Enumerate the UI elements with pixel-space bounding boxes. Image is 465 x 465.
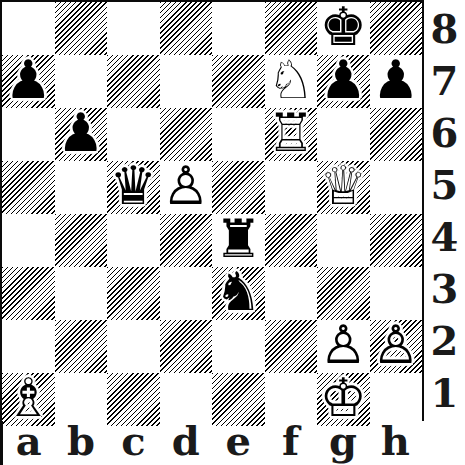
square-h5[interactable] bbox=[370, 161, 423, 214]
square-f7[interactable]: ♘ bbox=[265, 55, 318, 108]
square-c2[interactable] bbox=[107, 320, 160, 373]
file-label-g: g bbox=[317, 421, 369, 465]
piece-white-pawn[interactable]: ♙ bbox=[372, 318, 420, 371]
piece-black-pawn[interactable]: ♟ bbox=[319, 53, 367, 106]
piece-black-pawn[interactable]: ♟ bbox=[372, 53, 420, 106]
square-h4[interactable] bbox=[370, 214, 423, 267]
piece-white-queen[interactable]: ♕ bbox=[319, 159, 367, 212]
square-d4[interactable] bbox=[160, 214, 213, 267]
piece-black-pawn[interactable]: ♟ bbox=[57, 106, 105, 159]
square-h3[interactable] bbox=[370, 267, 423, 320]
square-c8[interactable] bbox=[107, 2, 160, 55]
square-c4[interactable] bbox=[107, 214, 160, 267]
square-c6[interactable] bbox=[107, 108, 160, 161]
square-e3[interactable]: ♞ bbox=[212, 267, 265, 320]
square-e2[interactable] bbox=[212, 320, 265, 373]
square-a3[interactable] bbox=[2, 267, 55, 320]
board-left-edge-line bbox=[0, 421, 3, 465]
square-g5[interactable]: ♕ bbox=[317, 161, 370, 214]
square-e7[interactable] bbox=[212, 55, 265, 108]
square-d7[interactable] bbox=[160, 55, 213, 108]
piece-black-king[interactable]: ♚ bbox=[319, 0, 367, 53]
rank-label-2: 2 bbox=[424, 315, 465, 367]
square-c5[interactable]: ♛ bbox=[107, 161, 160, 214]
file-label-d: d bbox=[160, 421, 212, 465]
piece-black-queen[interactable]: ♛ bbox=[109, 159, 157, 212]
square-f2[interactable] bbox=[265, 320, 318, 373]
square-b5[interactable] bbox=[55, 161, 108, 214]
piece-white-pawn[interactable]: ♙ bbox=[162, 159, 210, 212]
square-d6[interactable] bbox=[160, 108, 213, 161]
square-g4[interactable] bbox=[317, 214, 370, 267]
square-g3[interactable] bbox=[317, 267, 370, 320]
rank-coordinates: 87654321 bbox=[424, 0, 465, 421]
square-d8[interactable] bbox=[160, 2, 213, 55]
square-e5[interactable] bbox=[212, 161, 265, 214]
square-a5[interactable] bbox=[2, 161, 55, 214]
chess-diagram: ♚♟♘♟♟♟♖♛♙♕♜♞♙♙♗♔ 87654321 abcdefgh bbox=[0, 0, 465, 465]
square-g7[interactable]: ♟ bbox=[317, 55, 370, 108]
square-a6[interactable] bbox=[2, 108, 55, 161]
square-c3[interactable] bbox=[107, 267, 160, 320]
file-label-f: f bbox=[264, 421, 316, 465]
square-h8[interactable] bbox=[370, 2, 423, 55]
square-f8[interactable] bbox=[265, 2, 318, 55]
file-label-b: b bbox=[55, 421, 107, 465]
square-g6[interactable] bbox=[317, 108, 370, 161]
square-b2[interactable] bbox=[55, 320, 108, 373]
file-label-h: h bbox=[369, 421, 421, 465]
square-d5[interactable]: ♙ bbox=[160, 161, 213, 214]
square-b6[interactable]: ♟ bbox=[55, 108, 108, 161]
piece-black-knight[interactable]: ♞ bbox=[214, 265, 262, 318]
square-h7[interactable]: ♟ bbox=[370, 55, 423, 108]
square-b3[interactable] bbox=[55, 267, 108, 320]
square-g2[interactable]: ♙ bbox=[317, 320, 370, 373]
rank-label-4: 4 bbox=[424, 211, 465, 263]
square-f4[interactable] bbox=[265, 214, 318, 267]
rank-label-1: 1 bbox=[424, 367, 465, 419]
square-d2[interactable] bbox=[160, 320, 213, 373]
square-g8[interactable]: ♚ bbox=[317, 2, 370, 55]
square-b4[interactable] bbox=[55, 214, 108, 267]
square-e6[interactable] bbox=[212, 108, 265, 161]
square-d3[interactable] bbox=[160, 267, 213, 320]
piece-black-pawn[interactable]: ♟ bbox=[4, 53, 52, 106]
square-e4[interactable]: ♜ bbox=[212, 214, 265, 267]
rank-label-8: 8 bbox=[424, 3, 465, 55]
square-b7[interactable] bbox=[55, 55, 108, 108]
square-b8[interactable] bbox=[55, 2, 108, 55]
square-a4[interactable] bbox=[2, 214, 55, 267]
piece-white-rook[interactable]: ♖ bbox=[267, 106, 315, 159]
square-h2[interactable]: ♙ bbox=[370, 320, 423, 373]
rank-label-7: 7 bbox=[424, 55, 465, 107]
rank-label-5: 5 bbox=[424, 159, 465, 211]
chess-board: ♚♟♘♟♟♟♖♛♙♕♜♞♙♙♗♔ bbox=[0, 0, 424, 421]
square-f5[interactable] bbox=[265, 161, 318, 214]
file-coordinates: abcdefgh bbox=[0, 421, 424, 465]
square-a2[interactable] bbox=[2, 320, 55, 373]
square-e8[interactable] bbox=[212, 2, 265, 55]
rank-label-6: 6 bbox=[424, 107, 465, 159]
file-label-a: a bbox=[3, 421, 55, 465]
square-a7[interactable]: ♟ bbox=[2, 55, 55, 108]
piece-black-rook[interactable]: ♜ bbox=[214, 212, 262, 265]
square-a8[interactable] bbox=[2, 2, 55, 55]
square-h6[interactable] bbox=[370, 108, 423, 161]
square-f3[interactable] bbox=[265, 267, 318, 320]
piece-white-pawn[interactable]: ♙ bbox=[319, 318, 367, 371]
square-f6[interactable]: ♖ bbox=[265, 108, 318, 161]
file-label-e: e bbox=[212, 421, 264, 465]
file-label-c: c bbox=[107, 421, 159, 465]
rank-label-3: 3 bbox=[424, 263, 465, 315]
square-c7[interactable] bbox=[107, 55, 160, 108]
board-grid: ♚♟♘♟♟♟♖♛♙♕♜♞♙♙♗♔ bbox=[2, 2, 422, 419]
piece-white-knight[interactable]: ♘ bbox=[267, 53, 315, 106]
